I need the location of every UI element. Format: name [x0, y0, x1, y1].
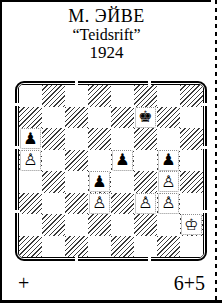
- border-registration-mark: [14, 146, 20, 149]
- square-e1: [111, 236, 134, 258]
- square-h4: [180, 171, 203, 193]
- white-pawn-piece: ♙: [158, 193, 179, 214]
- diagram-header: М. ЭЙВЕ “Teidsrift” 1924: [0, 7, 213, 62]
- square-f6: [134, 128, 157, 150]
- square-d8: [88, 85, 111, 107]
- square-f1: [134, 236, 157, 258]
- white-pawn-piece: ♙: [20, 150, 41, 171]
- square-e6: [111, 128, 134, 150]
- square-d6: [88, 128, 111, 150]
- square-b3: [42, 193, 65, 215]
- square-h5: [180, 150, 203, 172]
- white-pawn-piece: ♙: [135, 193, 156, 214]
- square-a3: [19, 193, 42, 215]
- square-a1: [19, 236, 42, 258]
- square-g4: ♙: [157, 171, 180, 193]
- square-f4: [134, 171, 157, 193]
- border-registration-mark: [14, 103, 20, 106]
- white-king-piece: ♔: [181, 214, 202, 235]
- square-e7: [111, 107, 134, 129]
- square-h8: [180, 85, 203, 107]
- square-g1: [157, 236, 180, 258]
- square-h3: [180, 193, 203, 215]
- square-c8: [65, 85, 88, 107]
- material-count: 6+5: [174, 272, 205, 295]
- square-d1: [88, 236, 111, 258]
- board-grid: ♚♟♙♟♟♟♙♙♙♙♔: [19, 85, 203, 257]
- square-a6: ♟: [19, 128, 42, 150]
- black-pawn-piece: ♟: [112, 150, 133, 171]
- square-h6: [180, 128, 203, 150]
- square-f3: ♙: [134, 193, 157, 215]
- border-registration-mark: [75, 80, 78, 86]
- square-b2: [42, 214, 65, 236]
- square-e3: [111, 193, 134, 215]
- square-f2: [134, 214, 157, 236]
- border-registration-mark: [202, 103, 208, 106]
- composer-name: М. ЭЙВЕ: [0, 7, 213, 26]
- board-inner-border: ♚♟♙♟♟♟♙♙♙♙♔: [18, 84, 204, 258]
- square-g5: ♟: [157, 150, 180, 172]
- white-pawn-piece: ♙: [158, 171, 179, 192]
- square-c7: [65, 107, 88, 129]
- page-border-bottom: [0, 300, 222, 303]
- square-g8: [157, 85, 180, 107]
- square-a5: ♙: [19, 150, 42, 172]
- square-c4: [65, 171, 88, 193]
- square-d2: [88, 214, 111, 236]
- chess-board: ♚♟♙♟♟♟♙♙♙♙♔: [15, 81, 207, 261]
- scanned-chess-study-page: { "game": "chess", "diagram_type": "endg…: [0, 0, 222, 306]
- square-e4: [111, 171, 134, 193]
- square-c2: [65, 214, 88, 236]
- square-b8: [42, 85, 65, 107]
- square-c3: [65, 193, 88, 215]
- source-year: 1924: [0, 44, 213, 62]
- black-pawn-piece: ♟: [158, 150, 179, 171]
- white-pawn-piece: ♙: [89, 193, 110, 214]
- page-border-right-dashed: [215, 0, 217, 300]
- square-b1: [42, 236, 65, 258]
- square-a7: [19, 107, 42, 129]
- square-g2: [157, 214, 180, 236]
- square-h2: ♔: [180, 214, 203, 236]
- square-h7: [180, 107, 203, 129]
- square-g3: ♙: [157, 193, 180, 215]
- square-d7: [88, 107, 111, 129]
- square-c6: [65, 128, 88, 150]
- border-registration-mark: [75, 256, 78, 262]
- square-b4: [42, 171, 65, 193]
- diagram-caption: + 6+5: [0, 272, 213, 298]
- source-title: “Teidsrift”: [0, 26, 213, 44]
- square-f5: [134, 150, 157, 172]
- square-c1: [65, 236, 88, 258]
- square-f8: [134, 85, 157, 107]
- square-a8: [19, 85, 42, 107]
- square-h1: [180, 236, 203, 258]
- black-pawn-piece: ♟: [20, 128, 41, 149]
- square-b7: [42, 107, 65, 129]
- border-registration-mark: [202, 210, 208, 213]
- square-a4: [19, 171, 42, 193]
- border-registration-mark: [148, 80, 151, 86]
- square-g6: [157, 128, 180, 150]
- border-registration-mark: [202, 146, 208, 149]
- border-registration-mark: [14, 210, 20, 213]
- stipulation-white-wins: +: [18, 272, 29, 295]
- square-b5: [42, 150, 65, 172]
- black-king-piece: ♚: [135, 107, 156, 128]
- border-registration-mark: [148, 256, 151, 262]
- black-pawn-piece: ♟: [89, 171, 110, 192]
- square-d4: ♟: [88, 171, 111, 193]
- square-e5: ♟: [111, 150, 134, 172]
- square-e2: [111, 214, 134, 236]
- square-d3: ♙: [88, 193, 111, 215]
- square-c5: [65, 150, 88, 172]
- square-d5: [88, 150, 111, 172]
- square-a2: [19, 214, 42, 236]
- square-b6: [42, 128, 65, 150]
- page-border-top: [0, 0, 211, 2]
- square-g7: [157, 107, 180, 129]
- square-f7: ♚: [134, 107, 157, 129]
- square-e8: [111, 85, 134, 107]
